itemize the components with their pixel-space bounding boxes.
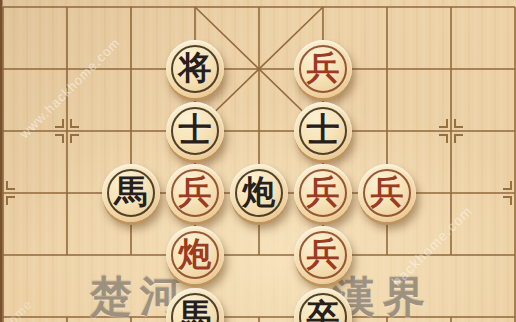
piece-black-advisor-2[interactable]: 士 <box>294 102 352 160</box>
piece-red-soldier-1[interactable]: 兵 <box>294 40 352 98</box>
piece-black-advisor-1[interactable]: 士 <box>166 102 224 160</box>
intersection-f2-r3: 馬 <box>99 162 163 224</box>
piece-glyph: 兵 <box>307 238 340 271</box>
piece-red-soldier-3[interactable]: 兵 <box>294 164 352 222</box>
intersection-f5-r2: 士 <box>291 100 355 162</box>
intersection-f4-r3: 炮 <box>227 162 291 224</box>
piece-glyph: 士 <box>179 114 212 147</box>
piece-red-soldier-5[interactable]: 兵 <box>294 226 352 284</box>
piece-red-cannon[interactable]: 炮 <box>166 226 224 284</box>
xiangqi-board: 楚河 漢界 将兵士士馬兵炮兵兵炮兵馬卒 www.hackhome.com hac… <box>0 0 516 322</box>
piece-glyph: 馬 <box>115 176 148 209</box>
piece-glyph: 炮 <box>179 238 212 271</box>
intersection-f5-r3: 兵 <box>291 162 355 224</box>
intersection-f6-r3: 兵 <box>355 162 419 224</box>
piece-black-horse-2[interactable]: 馬 <box>166 288 224 322</box>
piece-glyph: 兵 <box>179 176 212 209</box>
piece-glyph: 将 <box>179 52 212 85</box>
piece-glyph: 卒 <box>307 300 340 322</box>
piece-glyph: 兵 <box>307 176 340 209</box>
piece-black-horse-1[interactable]: 馬 <box>102 164 160 222</box>
intersection-f3-r5: 馬 <box>163 286 227 322</box>
piece-red-soldier-4[interactable]: 兵 <box>358 164 416 222</box>
piece-glyph: 馬 <box>179 300 212 322</box>
intersection-f3-r3: 兵 <box>163 162 227 224</box>
piece-red-soldier-2[interactable]: 兵 <box>166 164 224 222</box>
intersection-f5-r5: 卒 <box>291 286 355 322</box>
piece-glyph: 兵 <box>371 176 404 209</box>
piece-black-general[interactable]: 将 <box>166 40 224 98</box>
piece-black-soldier[interactable]: 卒 <box>294 288 352 322</box>
intersection-f3-r1: 将 <box>163 38 227 100</box>
piece-glyph: 炮 <box>243 176 276 209</box>
intersection-f3-r4: 炮 <box>163 224 227 286</box>
intersection-f5-r1: 兵 <box>291 38 355 100</box>
piece-glyph: 士 <box>307 114 340 147</box>
intersection-f5-r4: 兵 <box>291 224 355 286</box>
intersection-f3-r2: 士 <box>163 100 227 162</box>
piece-glyph: 兵 <box>307 52 340 85</box>
piece-black-cannon[interactable]: 炮 <box>230 164 288 222</box>
board-intersections: 将兵士士馬兵炮兵兵炮兵馬卒 <box>0 0 516 322</box>
